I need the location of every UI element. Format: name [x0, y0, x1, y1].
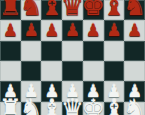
square-r1c3[interactable]: ♟: [62, 20, 83, 40]
piece-red-pawn[interactable]: ♟: [86, 22, 101, 39]
square-r3c1[interactable]: [21, 61, 42, 81]
square-r2c0[interactable]: [0, 41, 21, 61]
square-r2c1[interactable]: [21, 41, 42, 61]
square-r0c4[interactable]: ♚: [83, 0, 104, 20]
square-r0c2[interactable]: ♝: [41, 0, 62, 20]
square-r1c2[interactable]: ♟: [41, 20, 62, 40]
square-r2c3[interactable]: [62, 41, 83, 61]
square-r5c1[interactable]: ♞: [21, 102, 42, 115]
square-r1c0[interactable]: ♟: [0, 20, 21, 40]
piece-red-pawn[interactable]: ♟: [23, 22, 38, 39]
piece-white-knight[interactable]: ♞: [123, 96, 145, 115]
square-r3c2[interactable]: [41, 61, 62, 81]
square-r1c6[interactable]: ♟: [124, 20, 145, 40]
square-r2c6[interactable]: [124, 41, 145, 61]
square-r1c1[interactable]: ♟: [21, 20, 42, 40]
square-r5c6[interactable]: ♞: [124, 102, 145, 115]
chess-board: ♜♞♝♛♚♝♞♟♟♟♟♟♟♟♟♟♟♟♟♟♟♜♞♝♛♚♝♞: [0, 0, 145, 115]
square-r5c3[interactable]: ♛: [62, 102, 83, 115]
square-r2c2[interactable]: [41, 41, 62, 61]
square-r5c5[interactable]: ♝: [104, 102, 125, 115]
square-r3c0[interactable]: [0, 61, 21, 81]
piece-red-knight[interactable]: ♞: [123, 0, 145, 19]
square-r5c4[interactable]: ♚: [83, 102, 104, 115]
piece-red-pawn[interactable]: ♟: [65, 22, 80, 39]
square-r5c0[interactable]: ♜: [0, 102, 21, 115]
square-r1c4[interactable]: ♟: [83, 20, 104, 40]
square-r2c4[interactable]: [83, 41, 104, 61]
square-r3c3[interactable]: [62, 61, 83, 81]
piece-red-pawn[interactable]: ♟: [3, 22, 18, 39]
square-r2c5[interactable]: [104, 41, 125, 61]
square-r0c6[interactable]: ♞: [124, 0, 145, 20]
square-r3c5[interactable]: [104, 61, 125, 81]
piece-red-pawn[interactable]: ♟: [44, 22, 59, 39]
square-r3c4[interactable]: [83, 61, 104, 81]
square-r0c0[interactable]: ♜: [0, 0, 21, 20]
square-r1c5[interactable]: ♟: [104, 20, 125, 40]
piece-red-pawn[interactable]: ♟: [106, 22, 121, 39]
square-r0c3[interactable]: ♛: [62, 0, 83, 20]
square-r0c5[interactable]: ♝: [104, 0, 125, 20]
square-r0c1[interactable]: ♞: [21, 0, 42, 20]
square-r3c6[interactable]: [124, 61, 145, 81]
square-r5c2[interactable]: ♝: [41, 102, 62, 115]
chess-board-viewport: ♜♞♝♛♚♝♞♟♟♟♟♟♟♟♟♟♟♟♟♟♟♜♞♝♛♚♝♞: [0, 0, 145, 115]
piece-red-pawn[interactable]: ♟: [127, 22, 142, 39]
